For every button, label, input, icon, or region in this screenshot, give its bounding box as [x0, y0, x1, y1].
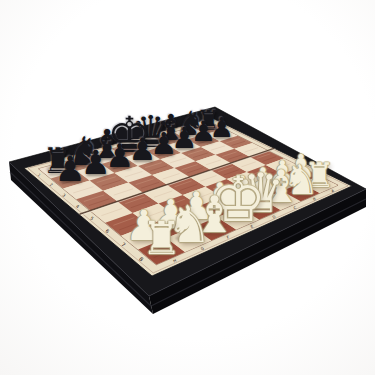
chess-set-product-photo: 12345678HGFEDCBA ♜♞♟♝♟♛♟♚♟♝♟♞♟♜♟♟♟♟♜♟♞♟♝… — [0, 0, 375, 375]
black-pawn-h2[interactable]: ♟ — [55, 153, 86, 188]
white-rook-h8[interactable]: ♜ — [141, 215, 182, 261]
